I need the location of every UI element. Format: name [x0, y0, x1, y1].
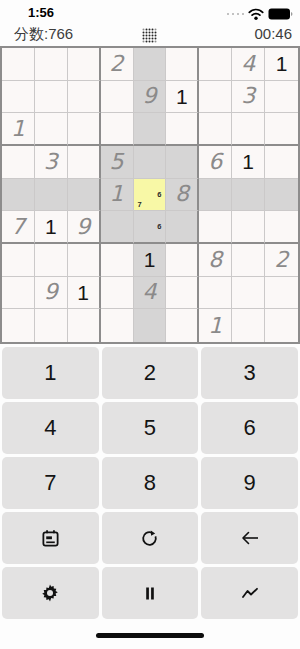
cell-r4c8[interactable]: 1	[232, 146, 265, 179]
cell-r4c9[interactable]	[265, 146, 298, 179]
cell-r8c7[interactable]	[199, 277, 232, 310]
dot-grid-icon	[141, 27, 158, 48]
cell-r1c2[interactable]	[35, 48, 68, 81]
cell-r1c8[interactable]: 4	[232, 48, 265, 81]
cell-r5c7[interactable]	[199, 179, 232, 212]
cell-r4c4[interactable]: 5	[101, 146, 134, 179]
cell-r6c9[interactable]	[265, 211, 298, 244]
cell-r9c5[interactable]	[134, 309, 167, 342]
battery-icon	[268, 6, 293, 24]
cell-r6c8[interactable]	[232, 211, 265, 244]
cell-r7c1[interactable]	[2, 244, 35, 277]
cell-r3c7[interactable]	[199, 113, 232, 146]
cell-r6c3[interactable]: 9	[68, 211, 101, 244]
key-2[interactable]: 2	[102, 347, 199, 399]
cell-r2c5[interactable]: 9	[134, 81, 167, 114]
cell-r5c2[interactable]	[35, 179, 68, 212]
key-4[interactable]: 4	[2, 402, 99, 454]
cell-r3c4[interactable]	[101, 113, 134, 146]
cell-r7c2[interactable]	[35, 244, 68, 277]
cell-r7c8[interactable]	[232, 244, 265, 277]
redo-icon[interactable]	[102, 512, 199, 564]
cell-r3c2[interactable]	[35, 113, 68, 146]
cell-r2c9[interactable]	[265, 81, 298, 114]
key-1[interactable]: 1	[2, 347, 99, 399]
cell-r4c6[interactable]	[166, 146, 199, 179]
cell-r2c4[interactable]	[101, 81, 134, 114]
cell-r7c5[interactable]: 1	[134, 244, 167, 277]
key-5[interactable]: 5	[102, 402, 199, 454]
cell-r8c6[interactable]	[166, 277, 199, 310]
cell-r7c7[interactable]: 8	[199, 244, 232, 277]
cell-r1c3[interactable]	[68, 48, 101, 81]
cell-r1c5[interactable]	[134, 48, 167, 81]
status-icons	[227, 6, 293, 24]
back-arrow-icon[interactable]	[201, 512, 298, 564]
cell-r9c1[interactable]	[2, 309, 35, 342]
cell-r9c4[interactable]	[101, 309, 134, 342]
cell-r5c9[interactable]	[265, 179, 298, 212]
cell-r4c3[interactable]	[68, 146, 101, 179]
cell-r6c5[interactable]: 6	[134, 211, 167, 244]
cell-r9c6[interactable]	[166, 309, 199, 342]
cell-r9c7[interactable]: 1	[199, 309, 232, 342]
cell-r6c6[interactable]	[166, 211, 199, 244]
cell-r8c4[interactable]	[101, 277, 134, 310]
cell-r9c2[interactable]	[35, 309, 68, 342]
cell-r2c1[interactable]	[2, 81, 35, 114]
cell-r2c3[interactable]	[68, 81, 101, 114]
cell-r8c9[interactable]	[265, 277, 298, 310]
cell-r5c6[interactable]: 8	[166, 179, 199, 212]
cell-r5c5[interactable]: 67	[134, 179, 167, 212]
pencil-note: 7	[135, 201, 145, 209]
cell-r5c4[interactable]: 1	[101, 179, 134, 212]
cell-r4c7[interactable]: 6	[199, 146, 232, 179]
cell-r9c3[interactable]	[68, 309, 101, 342]
cell-r6c2[interactable]: 1	[35, 211, 68, 244]
score-label: 分数:766	[14, 25, 73, 44]
cell-r5c3[interactable]	[68, 179, 101, 212]
settings-gear-icon[interactable]	[2, 567, 99, 619]
clock-time: 1:56	[28, 5, 54, 20]
pencil-note: 6	[154, 223, 164, 231]
key-6[interactable]: 6	[201, 402, 298, 454]
cell-r5c1[interactable]	[2, 179, 35, 212]
wifi-icon	[248, 6, 264, 24]
key-9[interactable]: 9	[201, 457, 298, 509]
cell-r2c6[interactable]: 1	[166, 81, 199, 114]
key-3[interactable]: 3	[201, 347, 298, 399]
cell-r5c8[interactable]	[232, 179, 265, 212]
cell-r1c9[interactable]: 1	[265, 48, 298, 81]
cell-r7c4[interactable]	[101, 244, 134, 277]
timer-label: 00:46	[254, 25, 292, 42]
cell-r8c1[interactable]	[2, 277, 35, 310]
cell-r1c7[interactable]	[199, 48, 232, 81]
cell-r2c8[interactable]: 3	[232, 81, 265, 114]
cell-r3c8[interactable]	[232, 113, 265, 146]
cell-r4c5[interactable]	[134, 146, 167, 179]
cell-r9c8[interactable]	[232, 309, 265, 342]
cell-r8c5[interactable]: 4	[134, 277, 167, 310]
cell-r6c1[interactable]: 7	[2, 211, 35, 244]
cell-r3c3[interactable]	[68, 113, 101, 146]
cell-r2c7[interactable]	[199, 81, 232, 114]
cell-r3c9[interactable]	[265, 113, 298, 146]
cell-r1c1[interactable]	[2, 48, 35, 81]
game-info-row: 分数:766 00:46	[0, 24, 300, 46]
cell-r2c2[interactable]	[35, 81, 68, 114]
cell-r6c4[interactable]	[101, 211, 134, 244]
cell-r8c3[interactable]: 1	[68, 277, 101, 310]
cell-r8c8[interactable]	[232, 277, 265, 310]
cell-r7c9[interactable]: 2	[265, 244, 298, 277]
home-indicator[interactable]	[96, 633, 204, 638]
cell-r3c6[interactable]	[166, 113, 199, 146]
cell-r6c7[interactable]	[199, 211, 232, 244]
notes-icon[interactable]	[2, 512, 99, 564]
cell-r1c6[interactable]	[166, 48, 199, 81]
cell-r9c9[interactable]	[265, 309, 298, 342]
sudoku-board: 24191313561167871961829141	[0, 46, 300, 344]
key-7[interactable]: 7	[2, 457, 99, 509]
cell-r7c6[interactable]	[166, 244, 199, 277]
pause-icon[interactable]	[102, 567, 199, 619]
cell-r7c3[interactable]	[68, 244, 101, 277]
pencil-note: 6	[154, 191, 164, 199]
cell-r3c5[interactable]	[134, 113, 167, 146]
stats-line-icon[interactable]	[201, 567, 298, 619]
keypad: 123456789	[2, 347, 298, 619]
cell-r4c1[interactable]	[2, 146, 35, 179]
cell-r3c1[interactable]: 1	[2, 113, 35, 146]
cell-r1c4[interactable]: 2	[101, 48, 134, 81]
cell-r8c2[interactable]: 9	[35, 277, 68, 310]
cell-r4c2[interactable]: 3	[35, 146, 68, 179]
key-8[interactable]: 8	[102, 457, 199, 509]
cellular-signal-icon	[227, 13, 244, 17]
